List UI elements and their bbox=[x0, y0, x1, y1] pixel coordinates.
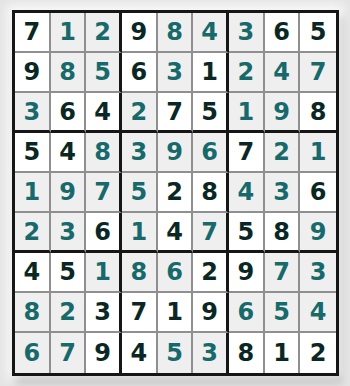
cell-r2c8[interactable]: 4 bbox=[265, 53, 301, 93]
cell-r7c1[interactable]: 4 bbox=[15, 253, 51, 293]
cell-r7c7[interactable]: 9 bbox=[229, 253, 265, 293]
cell-r2c1[interactable]: 9 bbox=[15, 53, 51, 93]
cell-r2c5[interactable]: 3 bbox=[158, 53, 194, 93]
cell-r6c8[interactable]: 8 bbox=[265, 213, 301, 253]
cell-r9c2[interactable]: 7 bbox=[51, 333, 87, 373]
cell-r8c8[interactable]: 5 bbox=[265, 293, 301, 333]
cell-r1c5[interactable]: 8 bbox=[158, 13, 194, 53]
cell-r8c4[interactable]: 7 bbox=[122, 293, 158, 333]
cell-r8c3[interactable]: 3 bbox=[86, 293, 122, 333]
cell-r7c3[interactable]: 1 bbox=[86, 253, 122, 293]
page: { "game": "sudoku", "board": { "size": 9… bbox=[0, 0, 350, 386]
cell-r8c2[interactable]: 2 bbox=[51, 293, 87, 333]
cell-r6c9[interactable]: 9 bbox=[300, 213, 336, 253]
cell-r6c3[interactable]: 6 bbox=[86, 213, 122, 253]
cell-r6c7[interactable]: 5 bbox=[229, 213, 265, 253]
cell-r4c4[interactable]: 3 bbox=[122, 133, 158, 173]
cell-r1c9[interactable]: 5 bbox=[300, 13, 336, 53]
cell-r1c2[interactable]: 1 bbox=[51, 13, 87, 53]
cell-r4c6[interactable]: 6 bbox=[193, 133, 229, 173]
cell-r5c1[interactable]: 1 bbox=[15, 173, 51, 213]
cell-r8c5[interactable]: 1 bbox=[158, 293, 194, 333]
cell-r9c7[interactable]: 8 bbox=[229, 333, 265, 373]
cell-r1c6[interactable]: 4 bbox=[193, 13, 229, 53]
cell-r3c2[interactable]: 6 bbox=[51, 93, 87, 133]
cell-r8c9[interactable]: 4 bbox=[300, 293, 336, 333]
cell-r1c1[interactable]: 7 bbox=[15, 13, 51, 53]
cell-r9c3[interactable]: 9 bbox=[86, 333, 122, 373]
cell-r1c4[interactable]: 9 bbox=[122, 13, 158, 53]
cell-r4c5[interactable]: 9 bbox=[158, 133, 194, 173]
cell-r9c9[interactable]: 2 bbox=[300, 333, 336, 373]
sudoku-board: 7129843659856312473642751985483967211975… bbox=[12, 10, 339, 376]
cell-r4c9[interactable]: 1 bbox=[300, 133, 336, 173]
cell-r3c1[interactable]: 3 bbox=[15, 93, 51, 133]
cell-r5c8[interactable]: 3 bbox=[265, 173, 301, 213]
cell-r3c5[interactable]: 7 bbox=[158, 93, 194, 133]
cell-r8c6[interactable]: 9 bbox=[193, 293, 229, 333]
cell-r7c8[interactable]: 7 bbox=[265, 253, 301, 293]
cell-r4c1[interactable]: 5 bbox=[15, 133, 51, 173]
cell-r7c9[interactable]: 3 bbox=[300, 253, 336, 293]
cell-r1c3[interactable]: 2 bbox=[86, 13, 122, 53]
cell-r4c8[interactable]: 2 bbox=[265, 133, 301, 173]
cell-r5c2[interactable]: 9 bbox=[51, 173, 87, 213]
cell-r9c4[interactable]: 4 bbox=[122, 333, 158, 373]
cell-r7c6[interactable]: 2 bbox=[193, 253, 229, 293]
cell-r6c6[interactable]: 7 bbox=[193, 213, 229, 253]
cell-r5c3[interactable]: 7 bbox=[86, 173, 122, 213]
cell-r4c2[interactable]: 4 bbox=[51, 133, 87, 173]
cell-r8c1[interactable]: 8 bbox=[15, 293, 51, 333]
cell-r2c3[interactable]: 5 bbox=[86, 53, 122, 93]
cell-r6c1[interactable]: 2 bbox=[15, 213, 51, 253]
cell-r2c9[interactable]: 7 bbox=[300, 53, 336, 93]
cell-r1c8[interactable]: 6 bbox=[265, 13, 301, 53]
cell-r6c2[interactable]: 3 bbox=[51, 213, 87, 253]
cell-r3c3[interactable]: 4 bbox=[86, 93, 122, 133]
cell-r6c5[interactable]: 4 bbox=[158, 213, 194, 253]
cell-r2c7[interactable]: 2 bbox=[229, 53, 265, 93]
cell-r3c8[interactable]: 9 bbox=[265, 93, 301, 133]
cell-r5c6[interactable]: 8 bbox=[193, 173, 229, 213]
cell-r3c6[interactable]: 5 bbox=[193, 93, 229, 133]
cell-r3c4[interactable]: 2 bbox=[122, 93, 158, 133]
cell-r7c2[interactable]: 5 bbox=[51, 253, 87, 293]
cell-r9c1[interactable]: 6 bbox=[15, 333, 51, 373]
cell-r7c5[interactable]: 6 bbox=[158, 253, 194, 293]
cell-r8c7[interactable]: 6 bbox=[229, 293, 265, 333]
cell-r5c9[interactable]: 6 bbox=[300, 173, 336, 213]
cell-r9c5[interactable]: 5 bbox=[158, 333, 194, 373]
cell-r7c4[interactable]: 8 bbox=[122, 253, 158, 293]
cell-r3c9[interactable]: 8 bbox=[300, 93, 336, 133]
cell-r1c7[interactable]: 3 bbox=[229, 13, 265, 53]
cell-r4c7[interactable]: 7 bbox=[229, 133, 265, 173]
cell-r2c6[interactable]: 1 bbox=[193, 53, 229, 93]
cell-r5c7[interactable]: 4 bbox=[229, 173, 265, 213]
cell-r2c4[interactable]: 6 bbox=[122, 53, 158, 93]
cell-r2c2[interactable]: 8 bbox=[51, 53, 87, 93]
cell-r5c4[interactable]: 5 bbox=[122, 173, 158, 213]
cell-r9c8[interactable]: 1 bbox=[265, 333, 301, 373]
cell-r4c3[interactable]: 8 bbox=[86, 133, 122, 173]
cell-r3c7[interactable]: 1 bbox=[229, 93, 265, 133]
cell-r5c5[interactable]: 2 bbox=[158, 173, 194, 213]
cell-r9c6[interactable]: 3 bbox=[193, 333, 229, 373]
cell-r6c4[interactable]: 1 bbox=[122, 213, 158, 253]
